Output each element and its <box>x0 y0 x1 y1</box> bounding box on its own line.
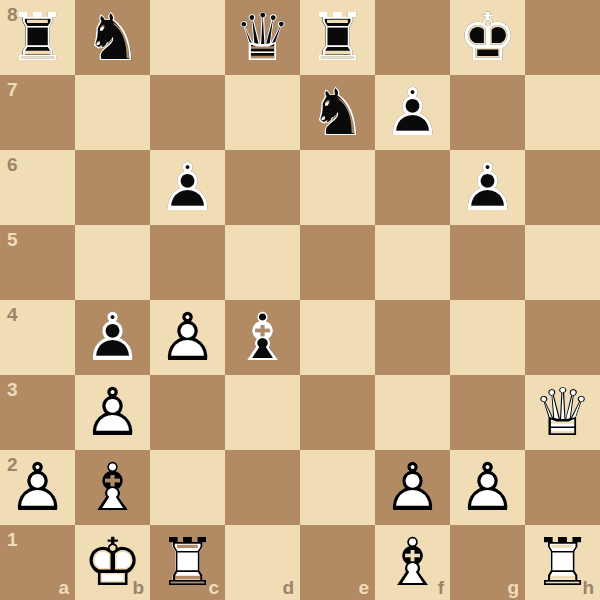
piece-outline-layer: ♙ <box>450 450 525 525</box>
piece-fill-layer: ♟ <box>375 450 450 525</box>
rank-label-5: 5 <box>7 230 18 249</box>
square-g7[interactable] <box>450 75 525 150</box>
piece-black-knight[interactable]: ♞♘ <box>300 75 375 150</box>
square-c6[interactable]: ♟♙ <box>150 150 225 225</box>
square-c8[interactable] <box>150 0 225 75</box>
piece-outline-layer: ♖ <box>525 525 600 600</box>
piece-fill-layer: ♜ <box>150 525 225 600</box>
square-g1[interactable]: g <box>450 525 525 600</box>
square-a5[interactable]: 5 <box>0 225 75 300</box>
file-label-a: a <box>58 578 69 597</box>
square-e3[interactable] <box>300 375 375 450</box>
piece-fill-layer: ♟ <box>75 300 150 375</box>
square-h3[interactable]: ♛♕ <box>525 375 600 450</box>
square-g4[interactable] <box>450 300 525 375</box>
piece-fill-layer: ♟ <box>450 150 525 225</box>
piece-black-pawn[interactable]: ♟♙ <box>375 75 450 150</box>
piece-black-pawn[interactable]: ♟♙ <box>150 150 225 225</box>
piece-fill-layer: ♟ <box>150 150 225 225</box>
chess-board: 8♜♖♞♘♛♕♜♖♚♔7♞♘♟♙6♟♙♟♙54♟♙♟♙♝♗3♟♙♛♕2♟♙♝♗♟… <box>0 0 600 600</box>
piece-outline-layer: ♘ <box>75 0 150 75</box>
piece-fill-layer: ♜ <box>300 0 375 75</box>
square-f8[interactable] <box>375 0 450 75</box>
piece-fill-layer: ♝ <box>375 525 450 600</box>
piece-outline-layer: ♘ <box>300 75 375 150</box>
piece-outline-layer: ♙ <box>75 375 150 450</box>
piece-fill-layer: ♚ <box>450 0 525 75</box>
rank-label-3: 3 <box>7 380 18 399</box>
file-label-g: g <box>507 578 519 597</box>
piece-fill-layer: ♛ <box>525 375 600 450</box>
piece-outline-layer: ♔ <box>75 525 150 600</box>
square-e8[interactable]: ♜♖ <box>300 0 375 75</box>
square-f1[interactable]: f♝♗ <box>375 525 450 600</box>
piece-outline-layer: ♙ <box>375 75 450 150</box>
square-g8[interactable]: ♚♔ <box>450 0 525 75</box>
piece-outline-layer: ♗ <box>375 525 450 600</box>
square-a2[interactable]: 2♟♙ <box>0 450 75 525</box>
square-g5[interactable] <box>450 225 525 300</box>
square-d7[interactable] <box>225 75 300 150</box>
square-e7[interactable]: ♞♘ <box>300 75 375 150</box>
piece-black-king[interactable]: ♚♔ <box>450 0 525 75</box>
square-e4[interactable] <box>300 300 375 375</box>
square-a4[interactable]: 4 <box>0 300 75 375</box>
piece-outline-layer: ♖ <box>150 525 225 600</box>
square-a1[interactable]: 1a <box>0 525 75 600</box>
piece-fill-layer: ♝ <box>225 300 300 375</box>
square-h1[interactable]: h♜♖ <box>525 525 600 600</box>
piece-white-rook[interactable]: ♜♖ <box>150 525 225 600</box>
square-g3[interactable] <box>450 375 525 450</box>
square-c5[interactable] <box>150 225 225 300</box>
square-b4[interactable]: ♟♙ <box>75 300 150 375</box>
piece-black-queen[interactable]: ♛♕ <box>225 0 300 75</box>
square-a6[interactable]: 6 <box>0 150 75 225</box>
piece-fill-layer: ♟ <box>450 450 525 525</box>
piece-outline-layer: ♙ <box>150 150 225 225</box>
file-label-d: d <box>282 578 294 597</box>
piece-outline-layer: ♗ <box>75 450 150 525</box>
square-c4[interactable]: ♟♙ <box>150 300 225 375</box>
square-d8[interactable]: ♛♕ <box>225 0 300 75</box>
square-c3[interactable] <box>150 375 225 450</box>
square-a8[interactable]: 8♜♖ <box>0 0 75 75</box>
piece-outline-layer: ♙ <box>150 300 225 375</box>
piece-outline-layer: ♖ <box>0 0 75 75</box>
piece-fill-layer: ♝ <box>75 450 150 525</box>
piece-fill-layer: ♟ <box>0 450 75 525</box>
piece-outline-layer: ♔ <box>450 0 525 75</box>
square-b3[interactable]: ♟♙ <box>75 375 150 450</box>
square-h8[interactable] <box>525 0 600 75</box>
square-f3[interactable] <box>375 375 450 450</box>
square-d5[interactable] <box>225 225 300 300</box>
square-d6[interactable] <box>225 150 300 225</box>
piece-fill-layer: ♞ <box>300 75 375 150</box>
square-d4[interactable]: ♝♗ <box>225 300 300 375</box>
square-g6[interactable]: ♟♙ <box>450 150 525 225</box>
piece-fill-layer: ♚ <box>75 525 150 600</box>
square-b2[interactable]: ♝♗ <box>75 450 150 525</box>
square-b8[interactable]: ♞♘ <box>75 0 150 75</box>
square-f7[interactable]: ♟♙ <box>375 75 450 150</box>
square-b5[interactable] <box>75 225 150 300</box>
piece-black-pawn[interactable]: ♟♙ <box>75 300 150 375</box>
piece-outline-layer: ♙ <box>0 450 75 525</box>
rank-label-1: 1 <box>7 530 18 549</box>
piece-white-pawn[interactable]: ♟♙ <box>375 450 450 525</box>
square-f2[interactable]: ♟♙ <box>375 450 450 525</box>
file-label-e: e <box>358 578 369 597</box>
piece-white-pawn[interactable]: ♟♙ <box>0 450 75 525</box>
square-e6[interactable] <box>300 150 375 225</box>
piece-white-queen[interactable]: ♛♕ <box>525 375 600 450</box>
square-d3[interactable] <box>225 375 300 450</box>
piece-black-pawn[interactable]: ♟♙ <box>450 150 525 225</box>
square-b1[interactable]: b♚♔ <box>75 525 150 600</box>
piece-fill-layer: ♜ <box>0 0 75 75</box>
square-f4[interactable] <box>375 300 450 375</box>
piece-fill-layer: ♟ <box>75 375 150 450</box>
piece-outline-layer: ♙ <box>75 300 150 375</box>
piece-white-rook[interactable]: ♜♖ <box>525 525 600 600</box>
square-e2[interactable] <box>300 450 375 525</box>
square-c1[interactable]: c♜♖ <box>150 525 225 600</box>
piece-outline-layer: ♖ <box>300 0 375 75</box>
piece-outline-layer: ♕ <box>225 0 300 75</box>
square-h4[interactable] <box>525 300 600 375</box>
piece-fill-layer: ♟ <box>375 75 450 150</box>
piece-white-pawn[interactable]: ♟♙ <box>450 450 525 525</box>
square-h5[interactable] <box>525 225 600 300</box>
square-h6[interactable] <box>525 150 600 225</box>
piece-black-rook[interactable]: ♜♖ <box>300 0 375 75</box>
piece-fill-layer: ♛ <box>225 0 300 75</box>
square-c2[interactable] <box>150 450 225 525</box>
square-g2[interactable]: ♟♙ <box>450 450 525 525</box>
square-c7[interactable] <box>150 75 225 150</box>
square-h7[interactable] <box>525 75 600 150</box>
piece-white-king[interactable]: ♚♔ <box>75 525 150 600</box>
piece-white-bishop[interactable]: ♝♗ <box>375 525 450 600</box>
rank-label-4: 4 <box>7 305 18 324</box>
square-f5[interactable] <box>375 225 450 300</box>
piece-outline-layer: ♕ <box>525 375 600 450</box>
piece-white-bishop[interactable]: ♝♗ <box>75 450 150 525</box>
square-b7[interactable] <box>75 75 150 150</box>
piece-white-pawn[interactable]: ♟♙ <box>75 375 150 450</box>
piece-fill-layer: ♜ <box>525 525 600 600</box>
piece-black-rook[interactable]: ♜♖ <box>0 0 75 75</box>
square-b6[interactable] <box>75 150 150 225</box>
square-a3[interactable]: 3 <box>0 375 75 450</box>
rank-label-6: 6 <box>7 155 18 174</box>
rank-label-7: 7 <box>7 80 18 99</box>
piece-outline-layer: ♙ <box>450 150 525 225</box>
square-e1[interactable]: e <box>300 525 375 600</box>
piece-black-knight[interactable]: ♞♘ <box>75 0 150 75</box>
square-a7[interactable]: 7 <box>0 75 75 150</box>
piece-fill-layer: ♞ <box>75 0 150 75</box>
square-d1[interactable]: d <box>225 525 300 600</box>
piece-fill-layer: ♟ <box>150 300 225 375</box>
square-h2[interactable] <box>525 450 600 525</box>
square-f6[interactable] <box>375 150 450 225</box>
piece-outline-layer: ♙ <box>375 450 450 525</box>
square-d2[interactable] <box>225 450 300 525</box>
square-e5[interactable] <box>300 225 375 300</box>
piece-white-pawn[interactable]: ♟♙ <box>150 300 225 375</box>
piece-outline-layer: ♗ <box>225 300 300 375</box>
piece-black-bishop[interactable]: ♝♗ <box>225 300 300 375</box>
